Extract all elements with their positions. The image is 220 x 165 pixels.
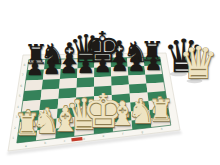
spare-white-queen: ♛	[179, 41, 218, 85]
chess-set-product-photo: 87654321abcdefgh ♜♞♝♛♚♝♞♜♟♟♟♟♟♟♟♟♟♟♟♟♟♟♟…	[0, 0, 220, 165]
spare-queens: ♛♛	[0, 0, 220, 165]
